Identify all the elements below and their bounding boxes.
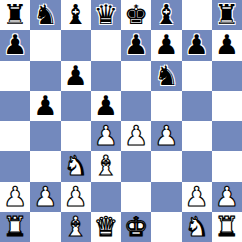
square-c1[interactable]: ♝ bbox=[61, 212, 91, 242]
square-a1[interactable]: ♜ bbox=[0, 212, 30, 242]
piece-white-pawn: ♟ bbox=[154, 121, 178, 151]
square-a2[interactable]: ♟ bbox=[0, 182, 30, 212]
piece-white-rook: ♜ bbox=[215, 212, 239, 242]
square-b7[interactable] bbox=[30, 30, 60, 60]
piece-black-knight: ♞ bbox=[33, 0, 57, 30]
piece-black-bishop: ♝ bbox=[64, 0, 88, 30]
square-a6[interactable] bbox=[0, 61, 30, 91]
square-a5[interactable] bbox=[0, 91, 30, 121]
square-f8[interactable]: ♝ bbox=[151, 0, 181, 30]
piece-white-pawn: ♟ bbox=[94, 121, 118, 151]
square-c8[interactable]: ♝ bbox=[61, 0, 91, 30]
piece-black-knight: ♞ bbox=[154, 61, 178, 91]
square-g2[interactable]: ♟ bbox=[182, 182, 212, 212]
piece-white-knight: ♞ bbox=[64, 151, 88, 181]
square-b8[interactable]: ♞ bbox=[30, 0, 60, 30]
square-h1[interactable]: ♜ bbox=[212, 212, 242, 242]
square-d4[interactable]: ♟ bbox=[91, 121, 121, 151]
square-f2[interactable] bbox=[151, 182, 181, 212]
square-c5[interactable] bbox=[61, 91, 91, 121]
square-g7[interactable]: ♟ bbox=[182, 30, 212, 60]
piece-black-pawn: ♟ bbox=[124, 30, 148, 60]
piece-black-pawn: ♟ bbox=[94, 91, 118, 121]
square-e2[interactable] bbox=[121, 182, 151, 212]
square-h7[interactable]: ♟ bbox=[212, 30, 242, 60]
square-f5[interactable] bbox=[151, 91, 181, 121]
piece-black-bishop: ♝ bbox=[154, 0, 178, 30]
square-b3[interactable] bbox=[30, 151, 60, 181]
square-e5[interactable] bbox=[121, 91, 151, 121]
square-h5[interactable] bbox=[212, 91, 242, 121]
piece-white-rook: ♜ bbox=[3, 212, 27, 242]
square-c6[interactable]: ♟ bbox=[61, 61, 91, 91]
square-g6[interactable] bbox=[182, 61, 212, 91]
square-b6[interactable] bbox=[30, 61, 60, 91]
square-b4[interactable] bbox=[30, 121, 60, 151]
piece-white-knight: ♞ bbox=[185, 212, 209, 242]
piece-black-pawn: ♟ bbox=[215, 30, 239, 60]
piece-white-pawn: ♟ bbox=[215, 182, 239, 212]
square-e7[interactable]: ♟ bbox=[121, 30, 151, 60]
square-c4[interactable] bbox=[61, 121, 91, 151]
square-h8[interactable]: ♜ bbox=[212, 0, 242, 30]
square-b1[interactable] bbox=[30, 212, 60, 242]
square-c7[interactable] bbox=[61, 30, 91, 60]
square-g1[interactable]: ♞ bbox=[182, 212, 212, 242]
piece-white-pawn: ♟ bbox=[124, 121, 148, 151]
piece-black-pawn: ♟ bbox=[185, 30, 209, 60]
square-e4[interactable]: ♟ bbox=[121, 121, 151, 151]
square-f1[interactable] bbox=[151, 212, 181, 242]
square-f3[interactable] bbox=[151, 151, 181, 181]
piece-black-king: ♚ bbox=[124, 0, 148, 30]
square-a8[interactable]: ♜ bbox=[0, 0, 30, 30]
piece-black-pawn: ♟ bbox=[64, 61, 88, 91]
square-f4[interactable]: ♟ bbox=[151, 121, 181, 151]
square-f6[interactable]: ♞ bbox=[151, 61, 181, 91]
square-d5[interactable]: ♟ bbox=[91, 91, 121, 121]
square-a4[interactable] bbox=[0, 121, 30, 151]
square-g8[interactable] bbox=[182, 0, 212, 30]
square-e3[interactable] bbox=[121, 151, 151, 181]
square-g3[interactable] bbox=[182, 151, 212, 181]
piece-black-rook: ♜ bbox=[215, 0, 239, 30]
piece-black-rook: ♜ bbox=[3, 0, 27, 30]
square-a7[interactable]: ♟ bbox=[0, 30, 30, 60]
square-h6[interactable] bbox=[212, 61, 242, 91]
square-d1[interactable]: ♛ bbox=[91, 212, 121, 242]
square-a3[interactable] bbox=[0, 151, 30, 181]
square-b5[interactable]: ♟ bbox=[30, 91, 60, 121]
piece-white-pawn: ♟ bbox=[64, 182, 88, 212]
square-e1[interactable]: ♚ bbox=[121, 212, 151, 242]
square-h2[interactable]: ♟ bbox=[212, 182, 242, 212]
piece-white-pawn: ♟ bbox=[185, 182, 209, 212]
square-g5[interactable] bbox=[182, 91, 212, 121]
square-d2[interactable] bbox=[91, 182, 121, 212]
square-h4[interactable] bbox=[212, 121, 242, 151]
piece-white-bishop: ♝ bbox=[64, 212, 88, 242]
square-g4[interactable] bbox=[182, 121, 212, 151]
square-d3[interactable]: ♝ bbox=[91, 151, 121, 181]
piece-black-queen: ♛ bbox=[94, 0, 118, 30]
square-e8[interactable]: ♚ bbox=[121, 0, 151, 30]
piece-black-pawn: ♟ bbox=[3, 30, 27, 60]
piece-white-king: ♚ bbox=[124, 212, 148, 242]
piece-white-bishop: ♝ bbox=[94, 151, 118, 181]
square-f7[interactable]: ♟ bbox=[151, 30, 181, 60]
chess-board: ♜♞♝♛♚♝♜♟♟♟♟♟♟♞♟♟♟♟♟♞♝♟♟♟♟♟♜♝♛♚♞♜ bbox=[0, 0, 242, 242]
square-c3[interactable]: ♞ bbox=[61, 151, 91, 181]
square-d6[interactable] bbox=[91, 61, 121, 91]
piece-white-pawn: ♟ bbox=[3, 182, 27, 212]
square-b2[interactable]: ♟ bbox=[30, 182, 60, 212]
square-c2[interactable]: ♟ bbox=[61, 182, 91, 212]
piece-white-queen: ♛ bbox=[94, 212, 118, 242]
piece-white-pawn: ♟ bbox=[33, 182, 57, 212]
square-d8[interactable]: ♛ bbox=[91, 0, 121, 30]
square-d7[interactable] bbox=[91, 30, 121, 60]
piece-black-pawn: ♟ bbox=[154, 30, 178, 60]
square-h3[interactable] bbox=[212, 151, 242, 181]
square-e6[interactable] bbox=[121, 61, 151, 91]
piece-black-pawn: ♟ bbox=[33, 91, 57, 121]
